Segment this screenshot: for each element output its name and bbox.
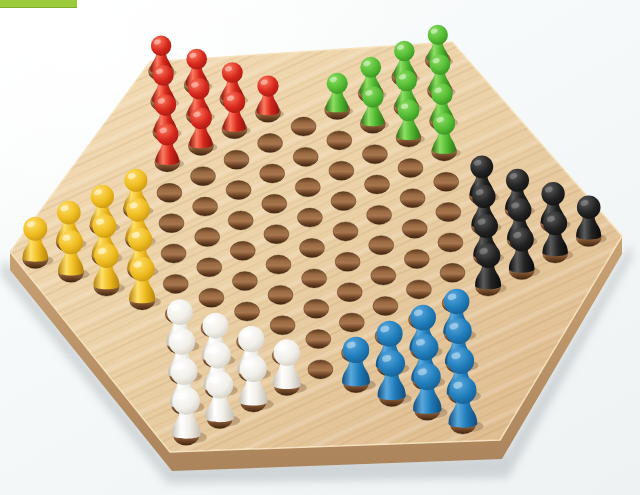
board-hole[interactable] bbox=[297, 208, 322, 227]
peg-head bbox=[543, 211, 567, 235]
peg-head bbox=[398, 99, 420, 121]
peg-head bbox=[577, 195, 601, 219]
peg-head bbox=[394, 41, 414, 61]
board-hole[interactable] bbox=[268, 285, 293, 304]
board-hole[interactable] bbox=[304, 299, 329, 318]
peg-head bbox=[169, 329, 195, 355]
peg-head bbox=[396, 70, 417, 91]
board-hole[interactable] bbox=[339, 313, 364, 332]
peg-head bbox=[431, 84, 452, 105]
board-hole[interactable] bbox=[199, 288, 224, 307]
board-hole[interactable] bbox=[258, 134, 283, 153]
peg-head bbox=[433, 113, 455, 135]
peg-head bbox=[240, 355, 267, 382]
peg-head bbox=[446, 318, 472, 344]
peg-head bbox=[124, 169, 147, 192]
peg-head bbox=[92, 214, 116, 238]
peg-head bbox=[430, 54, 451, 75]
board-hole[interactable] bbox=[224, 150, 249, 169]
peg-head bbox=[447, 347, 474, 374]
board-hole[interactable] bbox=[293, 147, 318, 166]
peg-head bbox=[541, 182, 564, 205]
board-hole[interactable] bbox=[373, 297, 398, 316]
peg-head bbox=[156, 123, 178, 145]
board-hole[interactable] bbox=[264, 225, 289, 244]
board-hole[interactable] bbox=[333, 222, 358, 241]
peg-head bbox=[128, 227, 152, 251]
board-hole[interactable] bbox=[193, 197, 218, 216]
board-hole[interactable] bbox=[436, 203, 461, 222]
chinese-checkers-board bbox=[0, 0, 640, 495]
peg-head bbox=[153, 65, 174, 86]
peg-head bbox=[23, 217, 47, 241]
board-hole[interactable] bbox=[230, 241, 255, 260]
peg-head bbox=[186, 49, 207, 70]
board-hole[interactable] bbox=[329, 161, 354, 180]
peg-head bbox=[472, 185, 495, 208]
peg-head bbox=[130, 257, 155, 282]
board-hole[interactable] bbox=[197, 258, 222, 277]
board-hole[interactable] bbox=[159, 214, 184, 233]
board-hole[interactable] bbox=[260, 164, 285, 183]
peg-head bbox=[222, 62, 243, 83]
peg-head bbox=[414, 363, 441, 390]
board-hole[interactable] bbox=[331, 192, 356, 211]
peg-head bbox=[126, 198, 150, 222]
peg-head bbox=[257, 75, 278, 96]
peg-head bbox=[327, 73, 348, 94]
peg-head bbox=[449, 377, 476, 404]
board-hole[interactable] bbox=[402, 219, 427, 238]
peg-head bbox=[476, 243, 501, 268]
peg-head bbox=[57, 201, 81, 225]
peg-head bbox=[428, 25, 448, 45]
peg-head bbox=[155, 94, 177, 116]
peg-head bbox=[203, 313, 229, 339]
board-hole[interactable] bbox=[266, 255, 291, 274]
board-hole[interactable] bbox=[270, 316, 295, 335]
peg-head bbox=[377, 321, 403, 347]
board-hole[interactable] bbox=[191, 167, 216, 186]
peg-head bbox=[470, 155, 493, 178]
board-hole[interactable] bbox=[362, 145, 387, 164]
board-hole[interactable] bbox=[262, 194, 287, 213]
board-hole[interactable] bbox=[371, 266, 396, 285]
board-hole[interactable] bbox=[367, 205, 392, 224]
peg-head bbox=[510, 227, 534, 251]
peg-head bbox=[508, 198, 532, 222]
board-hole[interactable] bbox=[400, 189, 425, 208]
board-hole[interactable] bbox=[161, 244, 186, 263]
board-hole[interactable] bbox=[291, 117, 316, 136]
product-photo-scene bbox=[0, 0, 640, 495]
board-hole[interactable] bbox=[440, 263, 465, 282]
peg-head bbox=[190, 107, 212, 129]
board-hole[interactable] bbox=[434, 172, 459, 191]
board-hole[interactable] bbox=[232, 272, 257, 291]
peg-head bbox=[224, 91, 246, 113]
peg-head bbox=[378, 350, 405, 377]
peg-head bbox=[94, 243, 119, 268]
peg-head bbox=[238, 326, 264, 352]
board-hole[interactable] bbox=[302, 269, 327, 288]
peg-head bbox=[151, 36, 171, 56]
board-hole[interactable] bbox=[300, 239, 325, 258]
board-hole[interactable] bbox=[228, 211, 253, 230]
board-hole[interactable] bbox=[306, 330, 331, 349]
peg-head bbox=[204, 342, 231, 369]
board-hole[interactable] bbox=[163, 274, 188, 293]
peg-head bbox=[410, 305, 436, 331]
board-hole[interactable] bbox=[337, 283, 362, 302]
board-hole[interactable] bbox=[369, 236, 394, 255]
board-hole[interactable] bbox=[327, 131, 352, 150]
peg-head bbox=[412, 334, 438, 360]
peg-head bbox=[206, 371, 233, 398]
board-hole[interactable] bbox=[406, 280, 431, 299]
board-hole[interactable] bbox=[438, 233, 463, 252]
board-hole[interactable] bbox=[295, 178, 320, 197]
peg-head bbox=[59, 230, 83, 254]
peg-head bbox=[360, 57, 381, 78]
peg-head bbox=[474, 214, 498, 238]
peg-head bbox=[171, 358, 198, 385]
peg-head bbox=[91, 185, 114, 208]
board-hole[interactable] bbox=[398, 159, 423, 178]
peg-head bbox=[188, 78, 209, 99]
board-hole[interactable] bbox=[226, 181, 251, 200]
board-hole[interactable] bbox=[195, 228, 220, 247]
board-hole[interactable] bbox=[157, 183, 182, 202]
peg-head bbox=[172, 387, 199, 414]
peg-head bbox=[274, 339, 301, 366]
board-hole[interactable] bbox=[365, 175, 390, 194]
board-hole[interactable] bbox=[308, 360, 333, 379]
peg-head bbox=[506, 169, 529, 192]
peg-head bbox=[444, 289, 469, 314]
peg-head bbox=[343, 337, 369, 363]
board-hole[interactable] bbox=[404, 250, 429, 269]
peg-head bbox=[167, 299, 193, 325]
board-hole[interactable] bbox=[335, 252, 360, 271]
peg-head bbox=[362, 86, 383, 107]
board-hole[interactable] bbox=[235, 302, 260, 321]
